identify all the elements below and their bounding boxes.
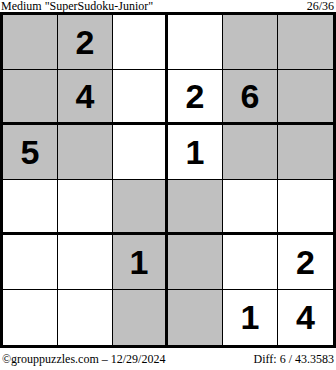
cell-r2c5: 6 <box>223 70 278 125</box>
cell-r4c6[interactable] <box>278 180 333 235</box>
cell-r6c3[interactable] <box>113 290 168 345</box>
cell-r3c6[interactable] <box>278 125 333 180</box>
cell-r5c6: 2 <box>278 235 333 290</box>
cell-r5c3: 1 <box>113 235 168 290</box>
header-bar: Medium "SuperSudoku-Junior" 26/36 <box>0 0 336 12</box>
cell-r1c3[interactable] <box>113 15 168 70</box>
cell-r3c2[interactable] <box>58 125 113 180</box>
footer-bar: ©grouppuzzles.com – 12/29/2024 Diff: 6 /… <box>0 353 336 366</box>
cell-r4c4[interactable] <box>168 180 223 235</box>
cell-r4c1[interactable] <box>3 180 58 235</box>
progress-count: 26/36 <box>307 0 334 12</box>
cell-r4c2[interactable] <box>58 180 113 235</box>
difficulty-text: Diff: 6 / 43.3583 <box>254 353 334 366</box>
cell-r6c6: 4 <box>278 290 333 345</box>
cell-r5c1[interactable] <box>3 235 58 290</box>
cell-r1c2: 2 <box>58 15 113 70</box>
cell-r5c5[interactable] <box>223 235 278 290</box>
cell-r6c2[interactable] <box>58 290 113 345</box>
cell-r1c6[interactable] <box>278 15 333 70</box>
cell-r6c1[interactable] <box>3 290 58 345</box>
cell-r6c5: 1 <box>223 290 278 345</box>
copyright-text: ©grouppuzzles.com – 12/29/2024 <box>2 353 165 366</box>
puzzle-title: Medium "SuperSudoku-Junior" <box>1 0 153 12</box>
cell-r6c4[interactable] <box>168 290 223 345</box>
cell-r4c5[interactable] <box>223 180 278 235</box>
cell-r2c2: 4 <box>58 70 113 125</box>
sudoku-board: 2426511214 <box>0 12 336 348</box>
cell-r2c6[interactable] <box>278 70 333 125</box>
cell-r2c3[interactable] <box>113 70 168 125</box>
cell-r2c4: 2 <box>168 70 223 125</box>
cell-r3c3[interactable] <box>113 125 168 180</box>
cell-r1c4[interactable] <box>168 15 223 70</box>
cell-r3c1: 5 <box>3 125 58 180</box>
cell-r5c2[interactable] <box>58 235 113 290</box>
cell-r1c5[interactable] <box>223 15 278 70</box>
cell-r1c1[interactable] <box>3 15 58 70</box>
cell-r2c1[interactable] <box>3 70 58 125</box>
cell-r4c3[interactable] <box>113 180 168 235</box>
cell-r3c5[interactable] <box>223 125 278 180</box>
cell-r5c4[interactable] <box>168 235 223 290</box>
cell-r3c4: 1 <box>168 125 223 180</box>
